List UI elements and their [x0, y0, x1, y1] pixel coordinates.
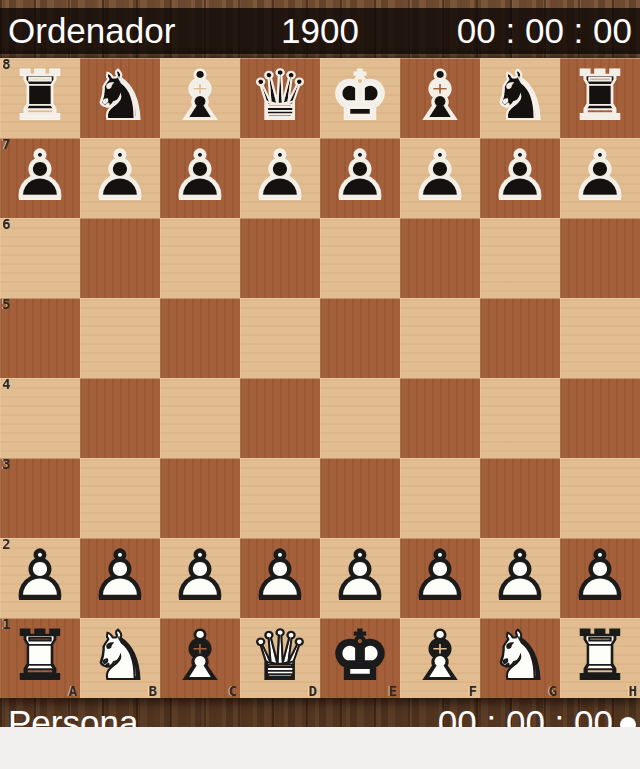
square-h5[interactable]: [560, 298, 640, 378]
square-b1[interactable]: B♞♘: [80, 618, 160, 698]
square-a7[interactable]: 7♟♙: [0, 138, 80, 218]
square-b2[interactable]: ♟♙: [80, 538, 160, 618]
piece-white-bishop[interactable]: ♝♗: [400, 618, 480, 698]
square-g6[interactable]: [480, 218, 560, 298]
piece-white-pawn[interactable]: ♟♙: [400, 538, 480, 618]
rank-label: 3: [2, 456, 10, 472]
square-d4[interactable]: [240, 378, 320, 458]
square-h1[interactable]: H♜♖: [560, 618, 640, 698]
square-b5[interactable]: [80, 298, 160, 378]
square-h4[interactable]: [560, 378, 640, 458]
piece-white-rook[interactable]: ♜♖: [560, 618, 640, 698]
square-d3[interactable]: [240, 458, 320, 538]
square-g4[interactable]: [480, 378, 560, 458]
piece-black-rook[interactable]: ♜♖: [0, 58, 80, 138]
piece-black-pawn[interactable]: ♟♙: [0, 138, 80, 218]
square-f8[interactable]: ♝♗: [400, 58, 480, 138]
chess-board[interactable]: 8♜♖♞♘♝♗♛♕♚♔♝♗♞♘♜♖7♟♙♟♙♟♙♟♙♟♙♟♙♟♙♟♙65432♟…: [0, 58, 640, 698]
square-h6[interactable]: [560, 218, 640, 298]
square-f3[interactable]: [400, 458, 480, 538]
android-navbar: ⚙: [0, 727, 640, 769]
square-a4[interactable]: 4: [0, 378, 80, 458]
square-f4[interactable]: [400, 378, 480, 458]
square-d7[interactable]: ♟♙: [240, 138, 320, 218]
piece-black-pawn[interactable]: ♟♙: [80, 138, 160, 218]
piece-black-pawn[interactable]: ♟♙: [240, 138, 320, 218]
piece-white-pawn[interactable]: ♟♙: [320, 538, 400, 618]
square-d6[interactable]: [240, 218, 320, 298]
top-player-name: Ordenador: [8, 8, 175, 54]
square-e2[interactable]: ♟♙: [320, 538, 400, 618]
square-g3[interactable]: [480, 458, 560, 538]
piece-white-pawn[interactable]: ♟♙: [480, 538, 560, 618]
piece-white-bishop[interactable]: ♝♗: [160, 618, 240, 698]
piece-white-rook[interactable]: ♜♖: [0, 618, 80, 698]
top-player-bar: Ordenador 1900 00 : 00 : 00: [0, 8, 640, 54]
piece-black-pawn[interactable]: ♟♙: [400, 138, 480, 218]
square-f2[interactable]: ♟♙: [400, 538, 480, 618]
square-c7[interactable]: ♟♙: [160, 138, 240, 218]
square-g2[interactable]: ♟♙: [480, 538, 560, 618]
piece-white-pawn[interactable]: ♟♙: [80, 538, 160, 618]
square-g7[interactable]: ♟♙: [480, 138, 560, 218]
square-h8[interactable]: ♜♖: [560, 58, 640, 138]
piece-black-king[interactable]: ♚♔: [320, 58, 400, 138]
square-d1[interactable]: D♛♕: [240, 618, 320, 698]
square-h7[interactable]: ♟♙: [560, 138, 640, 218]
piece-white-pawn[interactable]: ♟♙: [160, 538, 240, 618]
square-a6[interactable]: 6: [0, 218, 80, 298]
piece-black-queen[interactable]: ♛♕: [240, 58, 320, 138]
piece-white-pawn[interactable]: ♟♙: [560, 538, 640, 618]
square-b7[interactable]: ♟♙: [80, 138, 160, 218]
square-b8[interactable]: ♞♘: [80, 58, 160, 138]
square-g1[interactable]: G♞♘: [480, 618, 560, 698]
square-f6[interactable]: [400, 218, 480, 298]
square-c1[interactable]: C♝♗: [160, 618, 240, 698]
piece-black-bishop[interactable]: ♝♗: [400, 58, 480, 138]
square-c6[interactable]: [160, 218, 240, 298]
piece-black-knight[interactable]: ♞♘: [480, 58, 560, 138]
square-a1[interactable]: 1A♜♖: [0, 618, 80, 698]
square-f7[interactable]: ♟♙: [400, 138, 480, 218]
piece-black-pawn[interactable]: ♟♙: [560, 138, 640, 218]
piece-black-knight[interactable]: ♞♘: [80, 58, 160, 138]
top-player-clock: 00 : 00 : 00: [457, 8, 632, 54]
top-player-rating: 1900: [281, 8, 359, 54]
square-a8[interactable]: 8♜♖: [0, 58, 80, 138]
piece-white-queen[interactable]: ♛♕: [240, 618, 320, 698]
square-c4[interactable]: [160, 378, 240, 458]
rank-label: 4: [2, 376, 10, 392]
square-d2[interactable]: ♟♙: [240, 538, 320, 618]
square-c3[interactable]: [160, 458, 240, 538]
square-e6[interactable]: [320, 218, 400, 298]
square-c2[interactable]: ♟♙: [160, 538, 240, 618]
piece-black-rook[interactable]: ♜♖: [560, 58, 640, 138]
piece-white-pawn[interactable]: ♟♙: [0, 538, 80, 618]
square-a3[interactable]: 3: [0, 458, 80, 538]
square-d5[interactable]: [240, 298, 320, 378]
square-b4[interactable]: [80, 378, 160, 458]
square-a5[interactable]: 5: [0, 298, 80, 378]
square-c5[interactable]: [160, 298, 240, 378]
square-h2[interactable]: ♟♙: [560, 538, 640, 618]
square-e4[interactable]: [320, 378, 400, 458]
piece-white-knight[interactable]: ♞♘: [80, 618, 160, 698]
square-e8[interactable]: ♚♔: [320, 58, 400, 138]
chess-app-screen: Ordenador 1900 00 : 00 : 00 8♜♖♞♘♝♗♛♕♚♔♝…: [0, 0, 640, 769]
square-e3[interactable]: [320, 458, 400, 538]
piece-white-pawn[interactable]: ♟♙: [240, 538, 320, 618]
rank-label: 5: [2, 296, 10, 312]
piece-black-bishop[interactable]: ♝♗: [160, 58, 240, 138]
piece-white-knight[interactable]: ♞♘: [480, 618, 560, 698]
square-c8[interactable]: ♝♗: [160, 58, 240, 138]
piece-black-pawn[interactable]: ♟♙: [160, 138, 240, 218]
square-d8[interactable]: ♛♕: [240, 58, 320, 138]
square-e1[interactable]: E♚♔: [320, 618, 400, 698]
square-h3[interactable]: [560, 458, 640, 538]
square-a2[interactable]: 2♟♙: [0, 538, 80, 618]
square-b3[interactable]: [80, 458, 160, 538]
square-e5[interactable]: [320, 298, 400, 378]
piece-black-pawn[interactable]: ♟♙: [480, 138, 560, 218]
rank-label: 6: [2, 216, 10, 232]
square-f5[interactable]: [400, 298, 480, 378]
square-g5[interactable]: [480, 298, 560, 378]
square-f1[interactable]: F♝♗: [400, 618, 480, 698]
piece-white-king[interactable]: ♚♔: [320, 618, 400, 698]
square-e7[interactable]: ♟♙: [320, 138, 400, 218]
piece-black-pawn[interactable]: ♟♙: [320, 138, 400, 218]
square-g8[interactable]: ♞♘: [480, 58, 560, 138]
square-b6[interactable]: [80, 218, 160, 298]
